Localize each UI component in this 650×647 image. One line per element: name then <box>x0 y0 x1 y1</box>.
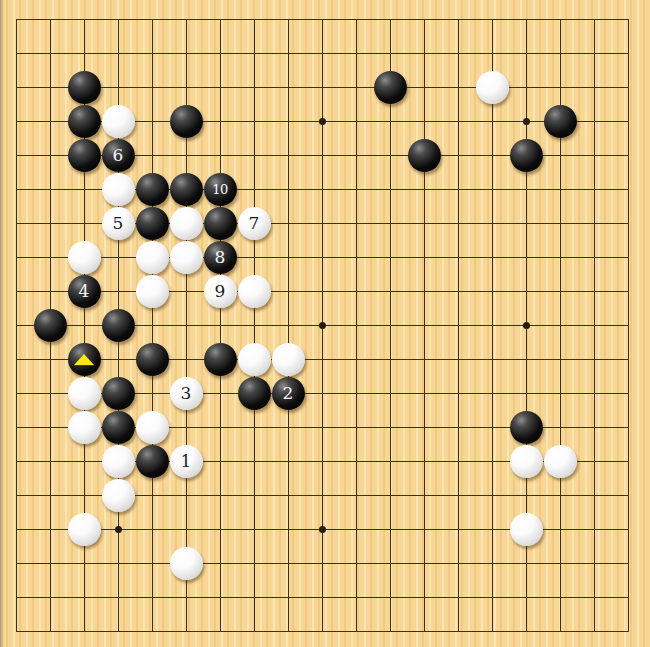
white-stone: 3 <box>170 377 203 410</box>
white-stone <box>102 105 135 138</box>
white-stone <box>170 207 203 240</box>
black-stone: 10 <box>204 173 237 206</box>
black-stone <box>408 139 441 172</box>
black-stone: 6 <box>102 139 135 172</box>
white-stone <box>170 241 203 274</box>
black-stone <box>68 105 101 138</box>
move-number-label: 1 <box>181 452 192 469</box>
black-stone <box>102 411 135 444</box>
black-stone <box>136 173 169 206</box>
white-stone <box>68 513 101 546</box>
white-stone <box>510 445 543 478</box>
go-board[interactable]: 61057849321 <box>0 0 650 647</box>
triangle-marker-icon <box>74 354 94 365</box>
white-stone <box>102 173 135 206</box>
black-stone <box>68 343 101 376</box>
white-stone: 7 <box>238 207 271 240</box>
move-number-label: 9 <box>215 282 226 299</box>
black-stone <box>204 207 237 240</box>
black-stone <box>204 343 237 376</box>
move-number-label: 2 <box>283 384 294 401</box>
black-stone <box>170 105 203 138</box>
black-stone <box>68 139 101 172</box>
black-stone <box>374 71 407 104</box>
black-stone <box>170 173 203 206</box>
black-stone <box>136 445 169 478</box>
white-stone <box>476 71 509 104</box>
white-stone <box>68 411 101 444</box>
stones-layer: 61057849321 <box>0 2 645 647</box>
black-stone <box>102 309 135 342</box>
white-stone <box>272 343 305 376</box>
move-number-label: 4 <box>79 282 90 299</box>
black-stone: 2 <box>272 377 305 410</box>
white-stone <box>68 241 101 274</box>
white-stone <box>238 343 271 376</box>
black-stone <box>510 139 543 172</box>
black-stone <box>238 377 271 410</box>
black-stone <box>68 71 101 104</box>
black-stone: 8 <box>204 241 237 274</box>
black-stone <box>136 207 169 240</box>
white-stone <box>136 275 169 308</box>
black-stone <box>34 309 67 342</box>
white-stone <box>238 275 271 308</box>
white-stone <box>68 377 101 410</box>
white-stone <box>102 445 135 478</box>
move-number-label: 10 <box>212 182 228 195</box>
white-stone <box>136 241 169 274</box>
white-stone <box>136 411 169 444</box>
black-stone <box>510 411 543 444</box>
move-number-label: 8 <box>215 248 226 265</box>
black-stone <box>102 377 135 410</box>
move-number-label: 3 <box>181 384 192 401</box>
move-number-label: 7 <box>249 214 260 231</box>
black-stone <box>136 343 169 376</box>
move-number-label: 6 <box>113 146 124 163</box>
black-stone <box>544 105 577 138</box>
white-stone: 5 <box>102 207 135 240</box>
white-stone <box>170 547 203 580</box>
white-stone: 9 <box>204 275 237 308</box>
white-stone <box>510 513 543 546</box>
white-stone <box>544 445 577 478</box>
white-stone <box>102 479 135 512</box>
black-stone: 4 <box>68 275 101 308</box>
white-stone: 1 <box>170 445 203 478</box>
move-number-label: 5 <box>113 214 124 231</box>
